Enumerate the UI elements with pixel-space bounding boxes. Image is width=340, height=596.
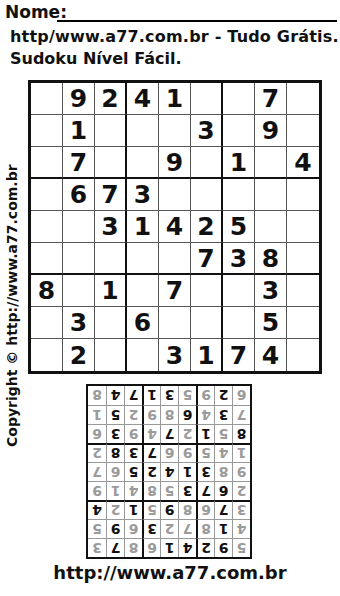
solution-cell-r4c2: 6 [214, 481, 232, 500]
puzzle-cell-r4c5 [159, 179, 191, 211]
solution-cell-r8c8: 5 [106, 405, 124, 424]
puzzle-cell-r4c6 [191, 179, 223, 211]
puzzle-cell-r1c1 [31, 83, 63, 115]
solution-cell-r2c2: 1 [214, 519, 232, 538]
puzzle-cell-r3c4 [127, 147, 159, 179]
solution-cell-r4c1: 2 [232, 481, 250, 500]
solution-cell-r2c6: 3 [142, 519, 160, 538]
solution-cell-r1c6: 6 [142, 538, 160, 557]
puzzle-cell-r8c4: 6 [127, 307, 159, 339]
puzzle-cell-r8c8: 5 [255, 307, 287, 339]
name-write-in-line [57, 20, 337, 22]
footer-url: http://www.a77.com.br [0, 562, 340, 583]
solution-cell-r1c2: 9 [214, 538, 232, 557]
puzzle-cell-r6c2 [63, 243, 95, 275]
puzzle-cell-r1c7 [223, 83, 255, 115]
puzzle-cell-r5c4: 1 [127, 211, 159, 243]
puzzle-cell-r5c7: 5 [223, 211, 255, 243]
solution-cell-r6c7: 3 [124, 443, 142, 462]
puzzle-cell-r8c7 [223, 307, 255, 339]
solution-cell-r7c5: 7 [160, 424, 178, 443]
solution-cell-r3c9: 4 [88, 500, 106, 519]
puzzle-cell-r4c8 [255, 179, 287, 211]
puzzle-cell-r6c1 [31, 243, 63, 275]
solution-cell-r1c8: 7 [106, 538, 124, 557]
solution-cell-r1c7: 8 [124, 538, 142, 557]
solution-cell-r3c7: 1 [124, 500, 142, 519]
sudoku-puzzle-grid: 92417139791467331425738817336523174 [28, 80, 322, 374]
puzzle-cell-r7c2 [63, 275, 95, 307]
solution-cell-r2c9: 5 [88, 519, 106, 538]
puzzle-cell-r5c6: 2 [191, 211, 223, 243]
puzzle-cell-r3c8 [255, 147, 287, 179]
puzzle-cell-r2c4 [127, 115, 159, 147]
solution-cell-r9c4: 5 [178, 386, 196, 405]
puzzle-cell-r5c2 [63, 211, 95, 243]
solution-cell-r9c7: 7 [124, 386, 142, 405]
solution-cell-r9c5: 3 [160, 386, 178, 405]
solution-cell-r8c7: 2 [124, 405, 142, 424]
puzzle-cell-r9c9 [287, 339, 319, 371]
solution-cell-r3c2: 7 [214, 500, 232, 519]
solution-cell-r7c6: 4 [142, 424, 160, 443]
puzzle-cell-r1c6 [191, 83, 223, 115]
puzzle-cell-r8c5 [159, 307, 191, 339]
puzzle-cell-r9c8: 4 [255, 339, 287, 371]
solution-cell-r3c6: 5 [142, 500, 160, 519]
solution-cell-r3c1: 3 [232, 500, 250, 519]
solution-cell-r4c9: 9 [88, 481, 106, 500]
puzzle-cell-r7c6 [191, 275, 223, 307]
puzzle-cell-r1c3: 2 [95, 83, 127, 115]
solution-cell-r6c2: 4 [214, 443, 232, 462]
solution-cell-r8c5: 8 [160, 405, 178, 424]
solution-cell-r1c9: 3 [88, 538, 106, 557]
solution-cell-r5c2: 8 [214, 462, 232, 481]
solution-cell-r2c3: 8 [196, 519, 214, 538]
solution-cell-r3c4: 8 [178, 500, 196, 519]
solution-cell-r5c5: 4 [160, 462, 178, 481]
puzzle-cell-r1c5: 1 [159, 83, 191, 115]
solution-cell-r8c4: 6 [178, 405, 196, 424]
solution-cell-r4c5: 5 [160, 481, 178, 500]
solution-cell-r8c2: 3 [214, 405, 232, 424]
solution-cell-r4c8: 1 [106, 481, 124, 500]
puzzle-cell-r6c3 [95, 243, 127, 275]
puzzle-cell-r6c8: 8 [255, 243, 287, 275]
puzzle-cell-r6c9 [287, 243, 319, 275]
solution-cell-r6c9: 2 [88, 443, 106, 462]
puzzle-cell-r4c7 [223, 179, 255, 211]
puzzle-cell-r5c9 [287, 211, 319, 243]
puzzle-cell-r7c1: 8 [31, 275, 63, 307]
puzzle-cell-r3c1 [31, 147, 63, 179]
puzzle-cell-r8c2: 3 [63, 307, 95, 339]
solution-cell-r9c1: 6 [232, 386, 250, 405]
puzzle-cell-r9c7: 7 [223, 339, 255, 371]
solution-cell-r8c9: 1 [88, 405, 106, 424]
solution-cell-r3c5: 9 [160, 500, 178, 519]
puzzle-cell-r3c3 [95, 147, 127, 179]
puzzle-cell-r8c9 [287, 307, 319, 339]
solution-cell-r7c3: 1 [196, 424, 214, 443]
puzzle-cell-r5c5: 4 [159, 211, 191, 243]
solution-cell-r7c2: 5 [214, 424, 232, 443]
puzzle-cell-r8c6 [191, 307, 223, 339]
solution-cell-r7c8: 3 [106, 424, 124, 443]
puzzle-cell-r7c9 [287, 275, 319, 307]
puzzle-cell-r3c9: 4 [287, 147, 319, 179]
puzzle-cell-r4c4: 3 [127, 179, 159, 211]
puzzle-cell-r6c6: 7 [191, 243, 223, 275]
puzzle-cell-r3c5: 9 [159, 147, 191, 179]
puzzle-cell-r2c5 [159, 115, 191, 147]
solution-cell-r5c4: 1 [178, 462, 196, 481]
sudoku-solution-grid-rotated: 5924168734187236953768951242673584199831… [86, 384, 252, 559]
site-title: http/www.a77.com.br - Tudo Grátis. [10, 27, 339, 46]
puzzle-level-title: Sudoku Nível Fácil. [10, 49, 182, 68]
solution-cell-r9c8: 4 [106, 386, 124, 405]
puzzle-cell-r3c2: 7 [63, 147, 95, 179]
solution-cell-r2c4: 7 [178, 519, 196, 538]
solution-cell-r7c1: 8 [232, 424, 250, 443]
puzzle-cell-r4c2: 6 [63, 179, 95, 211]
copyright-vertical-text: Copyright © http://www.a77.com.br [4, 164, 20, 447]
puzzle-cell-r7c5: 7 [159, 275, 191, 307]
solution-cell-r9c6: 1 [142, 386, 160, 405]
puzzle-cell-r9c5: 3 [159, 339, 191, 371]
name-label: Nome: [5, 2, 67, 22]
puzzle-cell-r7c4 [127, 275, 159, 307]
puzzle-cell-r4c3: 7 [95, 179, 127, 211]
puzzle-cell-r4c1 [31, 179, 63, 211]
puzzle-cell-r9c4 [127, 339, 159, 371]
solution-cell-r7c9: 6 [88, 424, 106, 443]
solution-cell-r6c3: 5 [196, 443, 214, 462]
solution-cell-r8c1: 7 [232, 405, 250, 424]
solution-cell-r1c4: 4 [178, 538, 196, 557]
solution-cell-r5c8: 6 [106, 462, 124, 481]
puzzle-cell-r7c3: 1 [95, 275, 127, 307]
solution-cell-r9c9: 8 [88, 386, 106, 405]
solution-cell-r5c1: 9 [232, 462, 250, 481]
puzzle-cell-r2c1 [31, 115, 63, 147]
solution-cell-r2c7: 6 [124, 519, 142, 538]
solution-cell-r8c6: 9 [142, 405, 160, 424]
solution-cell-r6c1: 1 [232, 443, 250, 462]
puzzle-cell-r5c3: 3 [95, 211, 127, 243]
solution-cell-r1c5: 1 [160, 538, 178, 557]
puzzle-cell-r5c8 [255, 211, 287, 243]
puzzle-cell-r8c3 [95, 307, 127, 339]
puzzle-cell-r9c3 [95, 339, 127, 371]
solution-cell-r8c3: 4 [196, 405, 214, 424]
puzzle-cell-r9c6: 1 [191, 339, 223, 371]
solution-cell-r4c4: 3 [178, 481, 196, 500]
solution-cell-r5c3: 3 [196, 462, 214, 481]
puzzle-cell-r2c2: 1 [63, 115, 95, 147]
solution-cell-r7c4: 2 [178, 424, 196, 443]
solution-cell-r7c7: 9 [124, 424, 142, 443]
puzzle-cell-r9c1 [31, 339, 63, 371]
puzzle-cell-r6c5 [159, 243, 191, 275]
solution-cell-r1c1: 5 [232, 538, 250, 557]
puzzle-cell-r1c2: 9 [63, 83, 95, 115]
puzzle-cell-r2c6: 3 [191, 115, 223, 147]
puzzle-cell-r2c7 [223, 115, 255, 147]
puzzle-cell-r1c8: 7 [255, 83, 287, 115]
puzzle-cell-r8c1 [31, 307, 63, 339]
puzzle-cell-r7c7 [223, 275, 255, 307]
puzzle-cell-r6c4 [127, 243, 159, 275]
puzzle-cell-r2c8: 9 [255, 115, 287, 147]
solution-cell-r6c5: 6 [160, 443, 178, 462]
solution-cell-r6c8: 8 [106, 443, 124, 462]
solution-cell-r3c8: 2 [106, 500, 124, 519]
puzzle-cell-r3c6 [191, 147, 223, 179]
solution-cell-r6c4: 9 [178, 443, 196, 462]
puzzle-cell-r7c8: 3 [255, 275, 287, 307]
puzzle-cell-r4c9 [287, 179, 319, 211]
puzzle-cell-r6c7: 3 [223, 243, 255, 275]
solution-cell-r2c5: 2 [160, 519, 178, 538]
solution-cell-r5c9: 7 [88, 462, 106, 481]
solution-cell-r1c3: 2 [196, 538, 214, 557]
solution-cell-r9c2: 2 [214, 386, 232, 405]
solution-cell-r4c6: 8 [142, 481, 160, 500]
puzzle-cell-r9c2: 2 [63, 339, 95, 371]
puzzle-cell-r1c4: 4 [127, 83, 159, 115]
solution-cell-r4c7: 4 [124, 481, 142, 500]
solution-cell-r2c1: 4 [232, 519, 250, 538]
solution-cell-r3c3: 6 [196, 500, 214, 519]
solution-cell-r4c3: 7 [196, 481, 214, 500]
solution-cell-r6c6: 7 [142, 443, 160, 462]
solution-cell-r5c7: 5 [124, 462, 142, 481]
puzzle-cell-r2c3 [95, 115, 127, 147]
solution-cell-r5c6: 2 [142, 462, 160, 481]
puzzle-cell-r3c7: 1 [223, 147, 255, 179]
puzzle-cell-r1c9 [287, 83, 319, 115]
puzzle-cell-r2c9 [287, 115, 319, 147]
solution-cell-r2c8: 9 [106, 519, 124, 538]
puzzle-cell-r5c1 [31, 211, 63, 243]
solution-cell-r9c3: 9 [196, 386, 214, 405]
